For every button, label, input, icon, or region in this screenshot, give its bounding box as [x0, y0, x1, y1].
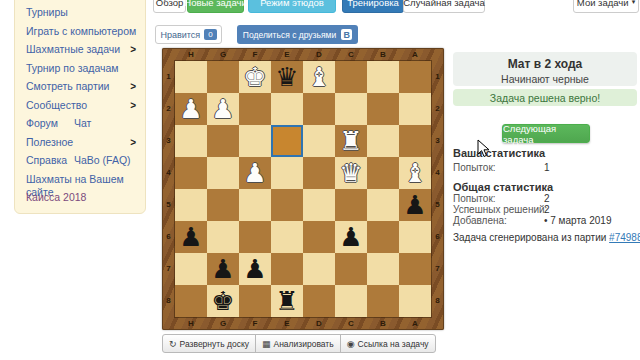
like-count-badge: 0: [204, 29, 216, 40]
square-g3[interactable]: [207, 125, 239, 157]
puzzle-link-label: Ссылка на задачу: [358, 339, 429, 349]
black-rook: ♜: [275, 285, 298, 317]
square-f3[interactable]: [239, 125, 271, 157]
puzzle-title: Мат в 2 хода: [453, 57, 637, 71]
sidebar-link[interactable]: Играть с компьютером: [26, 25, 136, 37]
square-g8[interactable]: ♚: [207, 285, 239, 317]
sidebar-link[interactable]: Справка: [26, 154, 67, 166]
board-grid: ♚♛♝♟♟♜♟♛♝♟♟♟♟♟♚♜: [175, 61, 431, 317]
overall-stats-heading: Общая статистика: [453, 181, 553, 193]
submenu-arrow-icon: >: [130, 43, 136, 56]
sidebar-link[interactable]: Турнир по задачам: [26, 62, 119, 74]
coordinate-label: B: [367, 317, 399, 330]
sidebar-item: Шахматные задачи>: [26, 43, 145, 62]
like-label: Нравится: [160, 30, 200, 40]
square-d4[interactable]: [303, 157, 335, 189]
square-a5[interactable]: ♟: [399, 189, 431, 221]
coordinate-label: H: [175, 317, 207, 330]
toolbar-button-label: Новые задачи: [184, 0, 246, 8]
square-c7[interactable]: [335, 253, 367, 285]
source-line: Задача сгенерирована из партии #749880.: [453, 232, 640, 243]
toolbar-button-2[interactable]: Новые задачи: [187, 0, 244, 13]
like-button[interactable]: Нравится 0: [155, 25, 222, 44]
coordinate-label: 7: [431, 253, 444, 285]
square-c4[interactable]: ♛: [335, 157, 367, 189]
source-game-link[interactable]: #749880: [609, 232, 640, 243]
square-d1[interactable]: ♝: [303, 61, 335, 93]
share-label: Поделиться с друзьями: [243, 30, 336, 40]
next-puzzle-button[interactable]: Следующая задача: [502, 124, 590, 143]
coordinate-label: 4: [162, 157, 175, 189]
square-e1[interactable]: ♛: [271, 61, 303, 93]
white-bishop: ♝: [403, 157, 426, 189]
coordinate-label: E: [271, 317, 303, 330]
square-h6[interactable]: ♟: [175, 221, 207, 253]
toolbar-button-1[interactable]: Обзор: [153, 0, 186, 13]
stat-row: Добавлена: • 7 марта 2019: [453, 215, 637, 226]
sidebar-link[interactable]: Каисса 2018: [26, 191, 86, 203]
square-e2[interactable]: [271, 93, 303, 125]
sidebar-link-secondary[interactable]: ЧаВо (FAQ): [74, 154, 131, 167]
square-h4[interactable]: [175, 157, 207, 189]
coordinate-label: 2: [431, 93, 444, 125]
square-d6[interactable]: [303, 221, 335, 253]
analyze-grid-icon: ▦: [262, 339, 271, 349]
square-h7[interactable]: [175, 253, 207, 285]
coordinate-label: 5: [162, 189, 175, 221]
square-d8[interactable]: [303, 285, 335, 317]
square-b6[interactable]: [367, 221, 399, 253]
dropdown-caret-icon: ▾: [632, 0, 636, 6]
puzzle-link-button[interactable]: ◉ Ссылка на задачу: [340, 334, 436, 353]
toolbar-button-5[interactable]: Случайная задача: [403, 0, 485, 13]
square-g7[interactable]: ♟: [207, 253, 239, 285]
sidebar-link[interactable]: Шахматные задачи: [26, 43, 120, 55]
square-e7[interactable]: [271, 253, 303, 285]
square-c2[interactable]: [335, 93, 367, 125]
white-pawn: ♟: [243, 157, 266, 189]
coordinate-label: 1: [431, 61, 444, 93]
toolbar-button-3[interactable]: Режим этюдов: [248, 0, 336, 13]
square-a6[interactable]: [399, 221, 431, 253]
share-button[interactable]: Поделиться с друзьями В: [237, 25, 358, 44]
coordinate-label: 3: [162, 125, 175, 157]
cursor-pointer-icon: [477, 139, 490, 158]
square-b5[interactable]: [367, 189, 399, 221]
square-c1[interactable]: [335, 61, 367, 93]
square-a7[interactable]: [399, 253, 431, 285]
square-f2[interactable]: [239, 93, 271, 125]
black-king: ♚: [211, 285, 234, 317]
coordinate-label: C: [335, 317, 367, 330]
sidebar-link[interactable]: Полезное: [26, 136, 73, 148]
added-value: • 7 марта 2019: [544, 215, 611, 226]
coordinate-label: F: [239, 317, 271, 330]
sidebar-item: Турнир по задачам: [26, 62, 145, 81]
white-queen: ♛: [339, 157, 362, 189]
square-f1[interactable]: ♚: [239, 61, 271, 93]
success-value: 2: [544, 204, 550, 215]
square-b4[interactable]: [367, 157, 399, 189]
attempts-label: Попыток:: [453, 162, 496, 173]
submenu-arrow-icon: >: [130, 136, 136, 149]
square-g5[interactable]: [207, 189, 239, 221]
rank-labels-right: 12345678: [431, 61, 444, 317]
square-b2[interactable]: [367, 93, 399, 125]
square-c3[interactable]: ♜: [335, 125, 367, 157]
square-g6[interactable]: [207, 221, 239, 253]
toolbar-button-6[interactable]: Мои задачи▾: [573, 0, 639, 13]
top-toolbar: ОбзорНовые задачиРежим этюдовТренировкаС…: [153, 0, 640, 13]
square-a8[interactable]: [399, 285, 431, 317]
submenu-arrow-icon: >: [130, 80, 136, 93]
sidebar-item: Турниры: [26, 6, 145, 25]
vk-icon: В: [341, 29, 352, 40]
sidebar-link[interactable]: Сообщество: [26, 99, 87, 111]
square-b7[interactable]: [367, 253, 399, 285]
coordinate-label: 7: [162, 253, 175, 285]
coordinate-label: 1: [162, 61, 175, 93]
square-b8[interactable]: [367, 285, 399, 317]
sidebar-item: Смотреть партии>: [26, 80, 145, 99]
your-stats-heading: Ваша статистика: [453, 147, 545, 159]
sidebar-item: Полезное>: [26, 136, 145, 155]
analyze-label: Анализировать: [273, 339, 333, 349]
black-pawn: ♟: [179, 221, 202, 253]
square-e4[interactable]: [271, 157, 303, 189]
sidebar-item: СправкаЧаВо (FAQ): [26, 154, 145, 173]
rank-labels-left: 12345678: [162, 61, 175, 317]
coordinate-label: G: [207, 48, 239, 61]
file-labels-bottom: HGFEDCBA: [175, 317, 431, 330]
analyze-button[interactable]: ▦ Анализировать: [255, 334, 341, 353]
sidebar-item: Сообщество>: [26, 99, 145, 118]
coordinate-label: D: [303, 317, 335, 330]
attempts-value: 1: [544, 162, 550, 173]
flip-icon: ↻: [169, 339, 177, 349]
square-g4[interactable]: [207, 157, 239, 189]
coordinate-label: D: [303, 48, 335, 61]
sidebar-menu: ТурнирыИграть с компьютеромШахматные зад…: [14, 0, 146, 214]
square-g1[interactable]: [207, 61, 239, 93]
square-h1[interactable]: [175, 61, 207, 93]
attempts-label: Попыток:: [453, 193, 496, 204]
square-f7[interactable]: ♟: [239, 253, 271, 285]
stat-row: Попыток: 1: [453, 162, 637, 173]
square-f6[interactable]: [239, 221, 271, 253]
sidebar-link[interactable]: Турниры: [26, 6, 68, 18]
chess-board: HGFEDCBA HGFEDCBA 12345678 12345678 ♚♛♝♟…: [162, 48, 444, 330]
page: ТурнирыИграть с компьютеромШахматные зад…: [0, 0, 640, 360]
black-queen: ♛: [275, 61, 298, 93]
square-f4[interactable]: ♟: [239, 157, 271, 189]
square-g2[interactable]: ♟: [207, 93, 239, 125]
black-pawn: ♟: [403, 189, 426, 221]
coordinate-label: E: [271, 48, 303, 61]
square-a3[interactable]: [399, 125, 431, 157]
square-a1[interactable]: [399, 61, 431, 93]
flip-board-button[interactable]: ↻ Развернуть доску: [162, 334, 256, 353]
toolbar-button-4[interactable]: Тренировка: [342, 0, 404, 13]
square-d3[interactable]: [303, 125, 335, 157]
coordinate-label: 5: [431, 189, 444, 221]
sidebar-item: ФорумЧат: [26, 117, 145, 136]
toolbar-button-label: Мои задачи: [577, 0, 629, 8]
success-label: Успешных решений:: [453, 204, 547, 215]
square-a2[interactable]: [399, 93, 431, 125]
black-pawn: ♟: [339, 221, 362, 253]
coordinate-label: H: [175, 48, 207, 61]
square-c5[interactable]: [335, 189, 367, 221]
coordinate-label: 8: [162, 285, 175, 317]
coordinate-label: G: [207, 317, 239, 330]
square-e5[interactable]: [271, 189, 303, 221]
square-d5[interactable]: [303, 189, 335, 221]
square-b3[interactable]: [367, 125, 399, 157]
white-rook: ♜: [339, 125, 362, 157]
white-king: ♚: [243, 61, 266, 93]
stat-row: Успешных решений: 2: [453, 204, 637, 215]
square-h8[interactable]: [175, 285, 207, 317]
sidebar-item: Играть с компьютером: [26, 25, 145, 44]
source-text: Задача сгенерирована из партии: [453, 232, 606, 243]
black-pawn: ♟: [211, 253, 234, 285]
square-c8[interactable]: [335, 285, 367, 317]
coordinate-label: A: [399, 48, 431, 61]
square-c6[interactable]: ♟: [335, 221, 367, 253]
file-labels-top: HGFEDCBA: [175, 48, 431, 61]
coordinate-label: 3: [431, 125, 444, 157]
black-pawn: ♟: [243, 253, 266, 285]
white-pawn: ♟: [211, 93, 234, 125]
sidebar-item: Шахматы на Вашем сайте: [26, 173, 145, 192]
flip-board-label: Развернуть доску: [180, 339, 249, 349]
square-e3[interactable]: [271, 125, 303, 157]
coordinate-label: F: [239, 48, 271, 61]
submenu-arrow-icon: >: [130, 99, 136, 112]
coordinate-label: 2: [162, 93, 175, 125]
coordinate-label: A: [399, 317, 431, 330]
square-d7[interactable]: [303, 253, 335, 285]
sidebar-link[interactable]: Форум: [26, 117, 58, 129]
toolbar-button-label: Обзор: [156, 0, 183, 8]
coordinate-label: 6: [162, 221, 175, 253]
toolbar-button-label: Тренировка: [347, 0, 399, 8]
white-pawn: ♟: [179, 93, 202, 125]
square-h2[interactable]: ♟: [175, 93, 207, 125]
coordinate-label: 8: [431, 285, 444, 317]
coordinate-label: 4: [431, 157, 444, 189]
sidebar-link-secondary[interactable]: Чат: [74, 117, 91, 130]
square-f8[interactable]: [239, 285, 271, 317]
square-h5[interactable]: [175, 189, 207, 221]
white-bishop: ♝: [307, 61, 330, 93]
square-a4[interactable]: ♝: [399, 157, 431, 189]
link-globe-icon: ◉: [347, 339, 355, 349]
sidebar-link[interactable]: Смотреть партии: [26, 80, 109, 92]
square-b1[interactable]: [367, 61, 399, 93]
board-toolbar: ↻ Развернуть доску ▦ Анализировать ◉ Ссы…: [162, 334, 435, 353]
stat-row: Попыток: 2: [453, 193, 637, 204]
puzzle-header: Мат в 2 хода Начинают черные: [453, 52, 637, 86]
coordinate-label: C: [335, 48, 367, 61]
square-d2[interactable]: [303, 93, 335, 125]
added-label: Добавлена:: [453, 215, 507, 226]
attempts-value: 2: [544, 193, 550, 204]
square-e8[interactable]: ♜: [271, 285, 303, 317]
sidebar-item: Каисса 2018: [26, 191, 145, 210]
solved-message: Задача решена верно!: [453, 89, 637, 106]
coordinate-label: B: [367, 48, 399, 61]
square-f5[interactable]: [239, 189, 271, 221]
coordinate-label: 6: [431, 221, 444, 253]
puzzle-turn: Начинают черные: [453, 73, 637, 85]
toolbar-button-label: Режим этюдов: [260, 0, 324, 8]
square-e6[interactable]: [271, 221, 303, 253]
toolbar-button-label: Случайная задача: [403, 0, 485, 8]
square-h3[interactable]: [175, 125, 207, 157]
